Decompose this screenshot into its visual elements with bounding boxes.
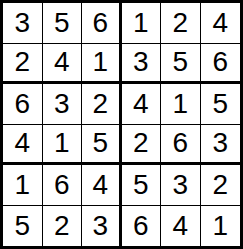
- sudoku-cell-r2c6[interactable]: 6: [201, 44, 241, 85]
- sudoku-cell-r1c5[interactable]: 2: [161, 3, 201, 44]
- sudoku-cell-r3c3[interactable]: 2: [82, 84, 122, 125]
- sudoku-cell-r1c3[interactable]: 6: [82, 3, 122, 44]
- sudoku-cell-r4c3[interactable]: 5: [82, 125, 122, 166]
- sudoku-cell-r6c1[interactable]: 5: [3, 206, 43, 247]
- sudoku-cell-r5c3[interactable]: 4: [82, 165, 122, 206]
- sudoku-cell-r1c2[interactable]: 5: [43, 3, 83, 44]
- sudoku-cell-r3c6[interactable]: 5: [201, 84, 241, 125]
- sudoku-cell-r3c5[interactable]: 1: [161, 84, 201, 125]
- sudoku-cell-r6c3[interactable]: 3: [82, 206, 122, 247]
- sudoku-cell-r1c4[interactable]: 1: [122, 3, 162, 44]
- sudoku-cell-r2c4[interactable]: 3: [122, 44, 162, 85]
- sudoku-cell-r4c4[interactable]: 2: [122, 125, 162, 166]
- sudoku-cell-r3c2[interactable]: 3: [43, 84, 83, 125]
- sudoku-cell-r5c5[interactable]: 3: [161, 165, 201, 206]
- sudoku-cell-r5c2[interactable]: 6: [43, 165, 83, 206]
- sudoku-cell-r2c5[interactable]: 5: [161, 44, 201, 85]
- sudoku-cell-r2c1[interactable]: 2: [3, 44, 43, 85]
- sudoku-cell-r4c1[interactable]: 4: [3, 125, 43, 166]
- sudoku-cell-r6c2[interactable]: 2: [43, 206, 83, 247]
- sudoku-cell-r5c6[interactable]: 2: [201, 165, 241, 206]
- sudoku-cell-r4c2[interactable]: 1: [43, 125, 83, 166]
- sudoku-cell-r1c6[interactable]: 4: [201, 3, 241, 44]
- sudoku-cell-r4c5[interactable]: 6: [161, 125, 201, 166]
- sudoku-cell-r5c4[interactable]: 5: [122, 165, 162, 206]
- sudoku-cell-r6c6[interactable]: 1: [201, 206, 241, 247]
- sudoku-cell-r4c6[interactable]: 3: [201, 125, 241, 166]
- sudoku-cell-r5c1[interactable]: 1: [3, 165, 43, 206]
- sudoku-board: 356124241356632415415263164532523641: [0, 0, 243, 249]
- sudoku-cell-r3c4[interactable]: 4: [122, 84, 162, 125]
- sudoku-cell-r6c5[interactable]: 4: [161, 206, 201, 247]
- sudoku-board-wrapper: 356124241356632415415263164532523641: [0, 0, 243, 249]
- sudoku-cell-r1c1[interactable]: 3: [3, 3, 43, 44]
- sudoku-cell-r6c4[interactable]: 6: [122, 206, 162, 247]
- sudoku-cell-r2c3[interactable]: 1: [82, 44, 122, 85]
- sudoku-cell-r2c2[interactable]: 4: [43, 44, 83, 85]
- sudoku-cell-r3c1[interactable]: 6: [3, 84, 43, 125]
